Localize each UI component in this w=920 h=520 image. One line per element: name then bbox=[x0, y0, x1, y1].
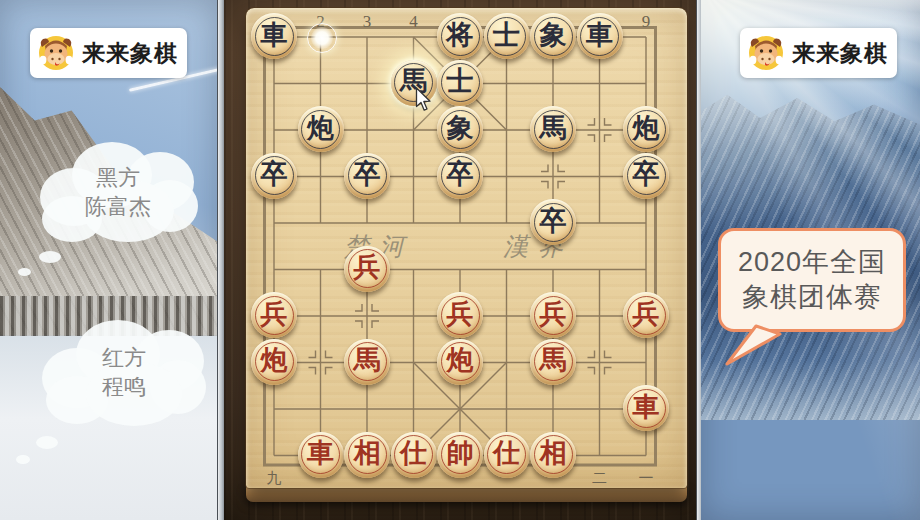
piece-black-horse[interactable]: 馬 bbox=[530, 106, 576, 152]
app-logo-right: 来来象棋 bbox=[740, 28, 897, 78]
piece-glyph: 馬 bbox=[540, 347, 567, 374]
bubble-trail-dot bbox=[39, 251, 61, 263]
left-photo-panel: 来来象棋 黑方 陈富杰 红方 程鸣 bbox=[0, 0, 217, 520]
column-label-bottom: 一 bbox=[639, 470, 654, 486]
piece-black-chariot[interactable]: 車 bbox=[251, 13, 297, 59]
column-label-bottom: 二 bbox=[592, 470, 607, 486]
black-player-name: 陈富杰 bbox=[38, 193, 198, 222]
piece-black-soldier[interactable]: 卒 bbox=[530, 199, 576, 245]
piece-red-cannon[interactable]: 炮 bbox=[437, 339, 483, 385]
piece-red-soldier[interactable]: 兵 bbox=[344, 246, 390, 292]
red-side-label: 红方 bbox=[40, 344, 208, 373]
piece-glyph: 兵 bbox=[447, 301, 474, 328]
event-title-line1: 2020年全国 bbox=[738, 245, 886, 280]
piece-black-chariot[interactable]: 車 bbox=[577, 13, 623, 59]
piece-glyph: 馬 bbox=[540, 115, 567, 142]
event-title-line2: 象棋团体赛 bbox=[742, 280, 882, 315]
piece-glyph: 士 bbox=[493, 22, 520, 49]
piece-glyph: 仕 bbox=[493, 440, 520, 467]
piece-glyph: 炮 bbox=[261, 347, 288, 374]
piece-black-advisor[interactable]: 士 bbox=[484, 13, 530, 59]
piece-glyph: 帥 bbox=[447, 440, 474, 467]
piece-red-soldier[interactable]: 兵 bbox=[530, 292, 576, 338]
piece-glyph: 炮 bbox=[447, 347, 474, 374]
column-label-top: 9 bbox=[642, 12, 651, 31]
bubble-trail-dot bbox=[16, 455, 30, 464]
piece-black-soldier[interactable]: 卒 bbox=[344, 153, 390, 199]
piece-glyph: 車 bbox=[586, 22, 613, 49]
black-player-bubble: 黑方 陈富杰 bbox=[38, 140, 198, 250]
piece-glyph: 卒 bbox=[354, 161, 381, 188]
piece-red-general[interactable]: 帥 bbox=[437, 432, 483, 478]
piece-glyph: 象 bbox=[447, 115, 474, 142]
piece-red-chariot[interactable]: 車 bbox=[623, 385, 669, 431]
piece-glyph: 卒 bbox=[540, 208, 567, 235]
piece-glyph: 卒 bbox=[633, 161, 660, 188]
red-player-bubble: 红方 程鸣 bbox=[40, 318, 208, 432]
piece-glyph: 卒 bbox=[447, 161, 474, 188]
piece-red-soldier[interactable]: 兵 bbox=[437, 292, 483, 338]
mouse-cursor bbox=[415, 87, 433, 113]
piece-glyph: 車 bbox=[307, 440, 334, 467]
piece-black-elephant[interactable]: 象 bbox=[530, 13, 576, 59]
piece-glyph: 炮 bbox=[307, 115, 334, 142]
last-move-origin-marker bbox=[307, 23, 337, 53]
column-label-bottom: 九 bbox=[267, 470, 282, 486]
piece-black-general[interactable]: 将 bbox=[437, 13, 483, 59]
piece-glyph: 仕 bbox=[400, 440, 427, 467]
bull-mascot-icon bbox=[746, 33, 786, 73]
piece-red-advisor[interactable]: 仕 bbox=[484, 432, 530, 478]
right-snowfield bbox=[701, 398, 920, 520]
piece-black-soldier[interactable]: 卒 bbox=[623, 153, 669, 199]
app-logo-left: 来来象棋 bbox=[30, 28, 187, 78]
piece-glyph: 炮 bbox=[633, 115, 660, 142]
piece-black-soldier[interactable]: 卒 bbox=[251, 153, 297, 199]
piece-glyph: 象 bbox=[540, 22, 567, 49]
piece-black-cannon[interactable]: 炮 bbox=[623, 106, 669, 152]
app-logo-text: 来来象棋 bbox=[792, 38, 888, 69]
piece-glyph: 兵 bbox=[261, 301, 288, 328]
column-label-top: 3 bbox=[363, 12, 372, 31]
piece-red-elephant[interactable]: 相 bbox=[344, 432, 390, 478]
speech-bubble-tail bbox=[722, 324, 784, 368]
piece-red-horse[interactable]: 馬 bbox=[530, 339, 576, 385]
piece-glyph: 士 bbox=[447, 68, 474, 95]
piece-black-soldier[interactable]: 卒 bbox=[437, 153, 483, 199]
piece-red-elephant[interactable]: 相 bbox=[530, 432, 576, 478]
app-logo-text: 来来象棋 bbox=[82, 38, 178, 69]
piece-black-cannon[interactable]: 炮 bbox=[298, 106, 344, 152]
red-player-name: 程鸣 bbox=[40, 373, 208, 402]
column-label-top: 4 bbox=[409, 12, 418, 31]
piece-red-soldier[interactable]: 兵 bbox=[251, 292, 297, 338]
piece-glyph: 相 bbox=[354, 440, 381, 467]
piece-red-horse[interactable]: 馬 bbox=[344, 339, 390, 385]
bubble-trail-dot bbox=[18, 268, 31, 276]
piece-glyph: 兵 bbox=[354, 254, 381, 281]
piece-glyph: 車 bbox=[633, 394, 660, 421]
piece-glyph: 兵 bbox=[540, 301, 567, 328]
piece-red-advisor[interactable]: 仕 bbox=[391, 432, 437, 478]
piece-red-cannon[interactable]: 炮 bbox=[251, 339, 297, 385]
piece-red-chariot[interactable]: 車 bbox=[298, 432, 344, 478]
event-speech-bubble: 2020年全国 象棋团体赛 bbox=[718, 228, 906, 332]
bubble-trail-dot bbox=[36, 436, 58, 449]
bull-mascot-icon bbox=[36, 33, 76, 73]
piece-black-elephant[interactable]: 象 bbox=[437, 106, 483, 152]
black-side-label: 黑方 bbox=[38, 164, 198, 193]
piece-glyph: 卒 bbox=[261, 161, 288, 188]
piece-glyph: 兵 bbox=[633, 301, 660, 328]
piece-black-advisor[interactable]: 士 bbox=[437, 60, 483, 106]
piece-glyph: 車 bbox=[261, 22, 288, 49]
piece-red-soldier[interactable]: 兵 bbox=[623, 292, 669, 338]
game-screen: 来来象棋 黑方 陈富杰 红方 程鸣 bbox=[0, 0, 920, 520]
piece-glyph: 馬 bbox=[354, 347, 381, 374]
piece-glyph: 相 bbox=[540, 440, 567, 467]
piece-glyph: 将 bbox=[447, 22, 474, 49]
